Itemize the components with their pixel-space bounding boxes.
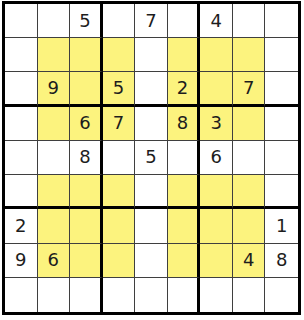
cell-r8c1[interactable]: 9 xyxy=(5,244,38,278)
cell-r4c6[interactable]: 8 xyxy=(168,107,201,141)
cell-r7c8[interactable] xyxy=(233,209,266,243)
cell-r9c3[interactable] xyxy=(70,278,103,312)
cell-r9c6[interactable] xyxy=(168,278,201,312)
cell-r5c9[interactable] xyxy=(265,141,298,175)
cell-r1c1[interactable] xyxy=(5,4,38,38)
cell-r1c4[interactable] xyxy=(103,4,136,38)
cell-r2c9[interactable] xyxy=(265,38,298,72)
cell-r2c2[interactable] xyxy=(38,38,71,72)
cell-r2c5[interactable] xyxy=(135,38,168,72)
cell-r3c2[interactable]: 9 xyxy=(38,72,71,106)
cell-r1c7[interactable]: 4 xyxy=(200,4,233,38)
cell-r5c2[interactable] xyxy=(38,141,71,175)
cell-r8c8[interactable]: 4 xyxy=(233,244,266,278)
cell-r9c2[interactable] xyxy=(38,278,71,312)
cell-r9c8[interactable] xyxy=(233,278,266,312)
cell-r6c7[interactable] xyxy=(200,175,233,209)
cell-r6c2[interactable] xyxy=(38,175,71,209)
cell-r1c9[interactable] xyxy=(265,4,298,38)
cell-r7c2[interactable] xyxy=(38,209,71,243)
cell-r5c8[interactable] xyxy=(233,141,266,175)
cell-r1c2[interactable] xyxy=(38,4,71,38)
cell-r8c6[interactable] xyxy=(168,244,201,278)
cell-r9c4[interactable] xyxy=(103,278,136,312)
cell-r8c7[interactable] xyxy=(200,244,233,278)
cell-r6c4[interactable] xyxy=(103,175,136,209)
cell-r7c6[interactable] xyxy=(168,209,201,243)
cell-r4c3[interactable]: 6 xyxy=(70,107,103,141)
cell-r8c5[interactable] xyxy=(135,244,168,278)
cell-r7c9[interactable]: 1 xyxy=(265,209,298,243)
cell-r7c5[interactable] xyxy=(135,209,168,243)
cell-r3c5[interactable] xyxy=(135,72,168,106)
cell-r4c2[interactable] xyxy=(38,107,71,141)
cell-r6c5[interactable] xyxy=(135,175,168,209)
cell-r6c3[interactable] xyxy=(70,175,103,209)
cell-r1c6[interactable] xyxy=(168,4,201,38)
cell-r3c6[interactable]: 2 xyxy=(168,72,201,106)
cell-r2c7[interactable] xyxy=(200,38,233,72)
cell-r1c5[interactable]: 7 xyxy=(135,4,168,38)
cell-r7c1[interactable]: 2 xyxy=(5,209,38,243)
cell-r3c8[interactable]: 7 xyxy=(233,72,266,106)
cell-r8c9[interactable]: 8 xyxy=(265,244,298,278)
sudoku-app: 57495276783856219648 xyxy=(0,0,304,320)
cell-r4c7[interactable]: 3 xyxy=(200,107,233,141)
cell-r5c7[interactable]: 6 xyxy=(200,141,233,175)
cell-r3c3[interactable] xyxy=(70,72,103,106)
cell-r4c9[interactable] xyxy=(265,107,298,141)
cell-r1c8[interactable] xyxy=(233,4,266,38)
cell-r6c8[interactable] xyxy=(233,175,266,209)
cell-r3c7[interactable] xyxy=(200,72,233,106)
cell-r2c1[interactable] xyxy=(5,38,38,72)
cell-r4c1[interactable] xyxy=(5,107,38,141)
cell-r9c9[interactable] xyxy=(265,278,298,312)
cell-r5c1[interactable] xyxy=(5,141,38,175)
cell-r5c6[interactable] xyxy=(168,141,201,175)
cell-r2c4[interactable] xyxy=(103,38,136,72)
cell-r6c6[interactable] xyxy=(168,175,201,209)
cell-r8c3[interactable] xyxy=(70,244,103,278)
cell-r3c1[interactable] xyxy=(5,72,38,106)
sudoku-board: 57495276783856219648 xyxy=(2,1,301,315)
cell-r7c7[interactable] xyxy=(200,209,233,243)
cell-r9c7[interactable] xyxy=(200,278,233,312)
cell-r4c8[interactable] xyxy=(233,107,266,141)
cell-r2c6[interactable] xyxy=(168,38,201,72)
cell-r9c1[interactable] xyxy=(5,278,38,312)
cell-r4c5[interactable] xyxy=(135,107,168,141)
cell-r5c5[interactable]: 5 xyxy=(135,141,168,175)
cell-r3c4[interactable]: 5 xyxy=(103,72,136,106)
cell-r8c2[interactable]: 6 xyxy=(38,244,71,278)
cell-r7c4[interactable] xyxy=(103,209,136,243)
cell-r5c3[interactable]: 8 xyxy=(70,141,103,175)
cell-r2c3[interactable] xyxy=(70,38,103,72)
cell-r2c8[interactable] xyxy=(233,38,266,72)
cell-r4c4[interactable]: 7 xyxy=(103,107,136,141)
cell-r5c4[interactable] xyxy=(103,141,136,175)
cell-r9c5[interactable] xyxy=(135,278,168,312)
cell-r6c9[interactable] xyxy=(265,175,298,209)
cell-r6c1[interactable] xyxy=(5,175,38,209)
cell-r3c9[interactable] xyxy=(265,72,298,106)
cell-r8c4[interactable] xyxy=(103,244,136,278)
cell-r7c3[interactable] xyxy=(70,209,103,243)
cell-r1c3[interactable]: 5 xyxy=(70,4,103,38)
